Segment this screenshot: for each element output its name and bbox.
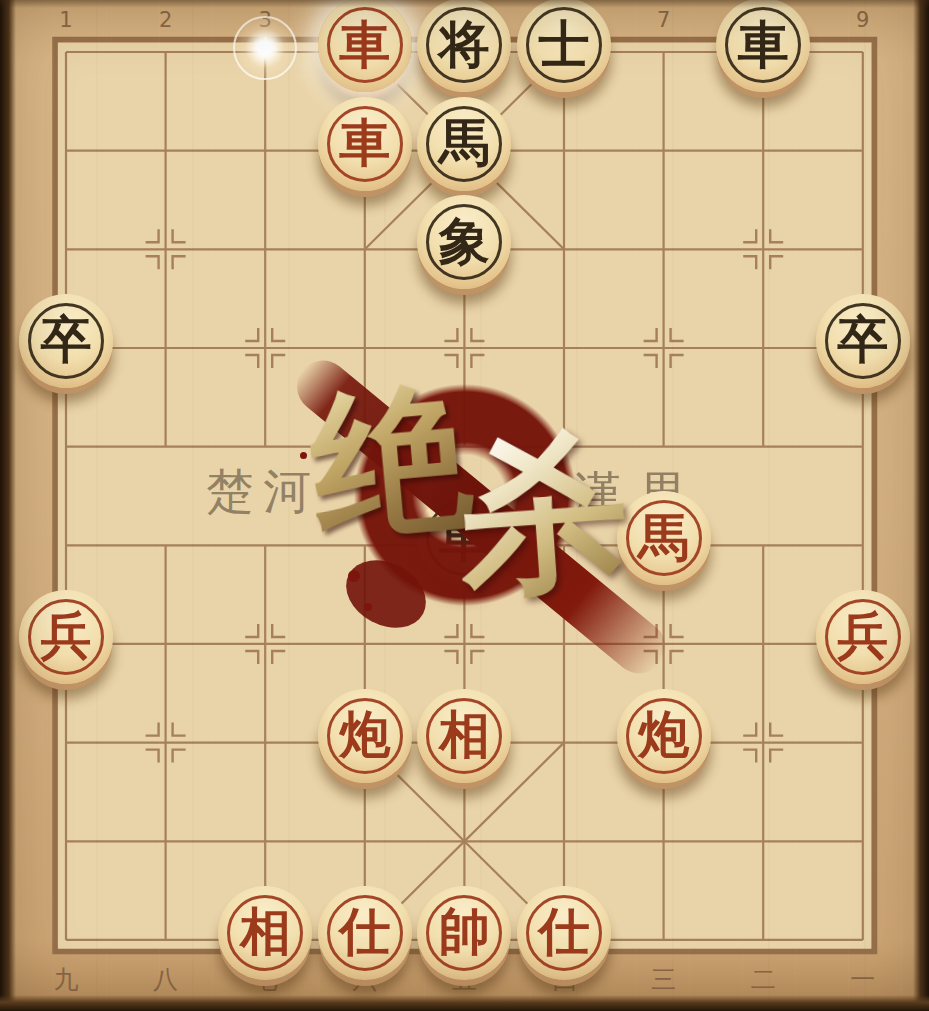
pieces-layer: 車将士車車馬象卒卒車馬兵兵炮相炮相仕帥仕 bbox=[16, 3, 912, 990]
piece-black-soldier[interactable]: 卒 bbox=[816, 294, 910, 388]
piece-black-elephant[interactable]: 象 bbox=[417, 195, 511, 289]
piece-black-advisor[interactable]: 士 bbox=[517, 0, 611, 92]
piece-glyph: 仕 bbox=[538, 906, 589, 957]
piece-red-cannon[interactable]: 炮 bbox=[617, 689, 711, 783]
piece-red-soldier[interactable]: 兵 bbox=[19, 590, 113, 684]
piece-red-horse[interactable]: 馬 bbox=[617, 491, 711, 585]
piece-black-chariot[interactable]: 車 bbox=[716, 0, 810, 92]
xiangqi-app: 123456789 九八七六五四三二一 楚河 漢界 車将士車車馬象卒卒車馬兵兵炮… bbox=[0, 0, 929, 1011]
piece-glyph: 仕 bbox=[339, 906, 390, 957]
piece-red-chariot[interactable]: 車 bbox=[318, 0, 412, 92]
piece-glyph: 兵 bbox=[837, 610, 888, 661]
piece-glyph: 車 bbox=[738, 19, 789, 70]
piece-glyph: 将 bbox=[439, 19, 490, 70]
piece-glyph: 相 bbox=[240, 906, 291, 957]
piece-glyph: 車 bbox=[339, 117, 390, 168]
piece-glyph: 士 bbox=[538, 19, 589, 70]
piece-glyph: 炮 bbox=[339, 709, 390, 760]
piece-glyph: 卒 bbox=[837, 314, 888, 365]
piece-glyph: 車 bbox=[439, 512, 490, 563]
piece-red-elephant[interactable]: 相 bbox=[218, 886, 312, 980]
piece-glyph: 馬 bbox=[638, 512, 689, 563]
piece-black-chariot[interactable]: 車 bbox=[417, 491, 511, 585]
piece-red-chariot[interactable]: 車 bbox=[318, 97, 412, 191]
piece-red-advisor[interactable]: 仕 bbox=[517, 886, 611, 980]
piece-black-general[interactable]: 将 bbox=[417, 0, 511, 92]
last-move-sparkle bbox=[221, 4, 309, 92]
piece-glyph: 炮 bbox=[638, 709, 689, 760]
piece-glyph: 兵 bbox=[40, 610, 91, 661]
piece-glyph: 馬 bbox=[439, 117, 490, 168]
piece-black-horse[interactable]: 馬 bbox=[417, 97, 511, 191]
piece-glyph: 象 bbox=[439, 216, 490, 267]
piece-black-soldier[interactable]: 卒 bbox=[19, 294, 113, 388]
piece-red-soldier[interactable]: 兵 bbox=[816, 590, 910, 684]
piece-glyph: 相 bbox=[439, 709, 490, 760]
piece-red-general[interactable]: 帥 bbox=[417, 886, 511, 980]
piece-glyph: 帥 bbox=[439, 906, 490, 957]
piece-red-elephant[interactable]: 相 bbox=[417, 689, 511, 783]
piece-red-advisor[interactable]: 仕 bbox=[318, 886, 412, 980]
piece-glyph: 卒 bbox=[40, 314, 91, 365]
piece-red-cannon[interactable]: 炮 bbox=[318, 689, 412, 783]
piece-glyph: 車 bbox=[339, 19, 390, 70]
